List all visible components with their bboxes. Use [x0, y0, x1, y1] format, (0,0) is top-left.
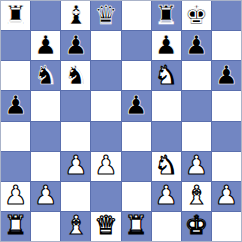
square-e1[interactable]: ♜	[122, 212, 151, 241]
square-g3[interactable]: ♟	[182, 152, 211, 181]
piece-white-queen: ♛	[94, 212, 117, 238]
piece-black-pawn: ♟	[185, 32, 208, 58]
square-b6[interactable]: ♞	[31, 61, 60, 90]
square-h7[interactable]	[212, 31, 241, 60]
square-a2[interactable]: ♟	[1, 182, 30, 211]
square-d1[interactable]: ♛	[91, 212, 120, 241]
piece-white-pawn: ♟	[34, 182, 57, 208]
square-c7[interactable]: ♟	[61, 31, 90, 60]
piece-black-pawn: ♟	[215, 62, 238, 88]
piece-black-rook: ♜	[4, 2, 27, 28]
piece-white-pawn: ♟	[215, 182, 238, 208]
square-h5[interactable]	[212, 91, 241, 120]
square-g4[interactable]	[182, 122, 211, 151]
square-d8[interactable]: ♛	[91, 1, 120, 30]
piece-white-pawn: ♟	[4, 182, 27, 208]
square-d7[interactable]	[91, 31, 120, 60]
square-e8[interactable]	[122, 1, 151, 30]
piece-white-bishop: ♝	[185, 182, 208, 208]
piece-black-rook: ♜	[155, 2, 178, 28]
square-g5[interactable]	[182, 91, 211, 120]
square-c8[interactable]: ♝	[61, 1, 90, 30]
square-h2[interactable]: ♟	[212, 182, 241, 211]
square-c4[interactable]	[61, 122, 90, 151]
square-a6[interactable]	[1, 61, 30, 90]
square-a1[interactable]: ♜	[1, 212, 30, 241]
square-d2[interactable]	[91, 182, 120, 211]
piece-black-queen: ♛	[94, 2, 117, 28]
square-b1[interactable]	[31, 212, 60, 241]
square-h3[interactable]	[212, 152, 241, 181]
square-c1[interactable]: ♝	[61, 212, 90, 241]
square-e4[interactable]	[122, 122, 151, 151]
piece-black-knight: ♞	[64, 62, 87, 88]
square-e2[interactable]	[122, 182, 151, 211]
square-b3[interactable]	[31, 152, 60, 181]
square-f4[interactable]	[152, 122, 181, 151]
square-d3[interactable]: ♟	[91, 152, 120, 181]
square-f2[interactable]: ♟	[152, 182, 181, 211]
square-e7[interactable]	[122, 31, 151, 60]
square-e3[interactable]	[122, 152, 151, 181]
square-c2[interactable]	[61, 182, 90, 211]
piece-white-bishop: ♝	[64, 212, 87, 238]
square-b7[interactable]: ♟	[31, 31, 60, 60]
square-c3[interactable]: ♟	[61, 152, 90, 181]
square-a7[interactable]	[1, 31, 30, 60]
square-b4[interactable]	[31, 122, 60, 151]
square-e6[interactable]	[122, 61, 151, 90]
square-f1[interactable]	[152, 212, 181, 241]
square-d6[interactable]	[91, 61, 120, 90]
square-h6[interactable]: ♟	[212, 61, 241, 90]
piece-black-pawn: ♟	[4, 92, 27, 118]
square-a3[interactable]	[1, 152, 30, 181]
square-f5[interactable]	[152, 91, 181, 120]
square-a4[interactable]	[1, 122, 30, 151]
piece-white-knight: ♞	[155, 152, 178, 178]
square-a8[interactable]: ♜	[1, 1, 30, 30]
square-h4[interactable]	[212, 122, 241, 151]
square-d5[interactable]	[91, 91, 120, 120]
piece-black-king: ♚	[185, 2, 208, 28]
square-b2[interactable]: ♟	[31, 182, 60, 211]
square-c5[interactable]	[61, 91, 90, 120]
piece-white-knight: ♞	[155, 62, 178, 88]
square-g6[interactable]	[182, 61, 211, 90]
piece-white-pawn: ♟	[155, 182, 178, 208]
square-f3[interactable]: ♞	[152, 152, 181, 181]
square-g8[interactable]: ♚	[182, 1, 211, 30]
square-d4[interactable]	[91, 122, 120, 151]
piece-black-knight: ♞	[34, 62, 57, 88]
square-c6[interactable]: ♞	[61, 61, 90, 90]
square-a5[interactable]: ♟	[1, 91, 30, 120]
square-b8[interactable]	[31, 1, 60, 30]
square-f8[interactable]: ♜	[152, 1, 181, 30]
chess-board: ♜♝♛♜♚♟♟♟♟♞♞♞♟♟♟♟♟♞♟♟♟♟♝♟♜♝♛♜♚	[0, 0, 242, 242]
square-g7[interactable]: ♟	[182, 31, 211, 60]
square-f6[interactable]: ♞	[152, 61, 181, 90]
square-b5[interactable]	[31, 91, 60, 120]
square-g1[interactable]: ♚	[182, 212, 211, 241]
piece-black-bishop: ♝	[64, 2, 87, 28]
square-e5[interactable]: ♟	[122, 91, 151, 120]
piece-black-pawn: ♟	[64, 32, 87, 58]
square-h8[interactable]	[212, 1, 241, 30]
piece-black-pawn: ♟	[155, 32, 178, 58]
piece-white-pawn: ♟	[64, 152, 87, 178]
piece-white-pawn: ♟	[94, 152, 117, 178]
piece-white-pawn: ♟	[185, 152, 208, 178]
piece-white-rook: ♜	[4, 212, 27, 238]
piece-black-pawn: ♟	[34, 32, 57, 58]
square-f7[interactable]: ♟	[152, 31, 181, 60]
piece-black-pawn: ♟	[124, 92, 147, 118]
square-g2[interactable]: ♝	[182, 182, 211, 211]
square-h1[interactable]	[212, 212, 241, 241]
piece-white-rook: ♜	[124, 212, 147, 238]
piece-white-king: ♚	[185, 212, 208, 238]
